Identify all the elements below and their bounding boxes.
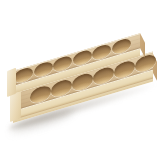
upper-tier-left-end-face — [7, 67, 16, 96]
board-photo-stage — [0, 0, 160, 160]
